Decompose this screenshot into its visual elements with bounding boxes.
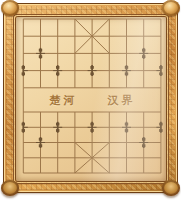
rosette-ornament-top-left-icon	[1, 0, 19, 16]
xiangqi-board[interactable]: 楚河 汉界	[16, 17, 166, 181]
xiangqi-app: 楚河 汉界	[0, 0, 181, 200]
scroll-ornament-bottom-left-icon	[1, 180, 19, 196]
scroll-ornament-bottom-right-icon	[162, 180, 180, 196]
piece-layer	[16, 17, 166, 181]
rosette-ornament-top-right-icon	[162, 0, 180, 16]
